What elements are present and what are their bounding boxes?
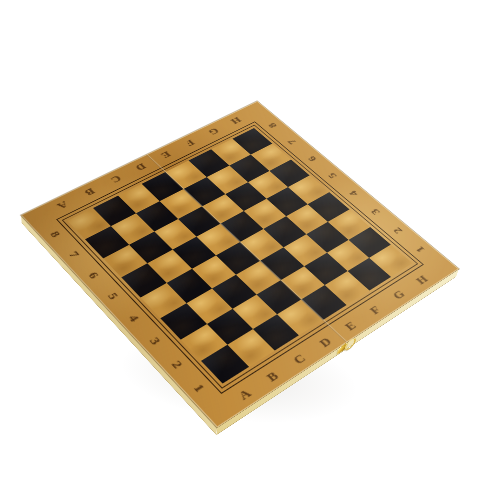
- square-d3: [236, 261, 280, 294]
- file-label-g: G: [378, 279, 420, 310]
- square-c3: [211, 274, 256, 308]
- square-a1: [201, 345, 249, 383]
- square-f1: [325, 271, 369, 305]
- square-b3: [186, 289, 232, 324]
- square-e2: [280, 266, 324, 300]
- square-a3: [160, 303, 206, 339]
- square-a7: [85, 226, 129, 258]
- square-d4: [216, 242, 260, 274]
- square-b6: [129, 231, 173, 263]
- square-a4: [141, 283, 187, 318]
- square-b2: [206, 309, 252, 345]
- square-b4: [166, 269, 211, 303]
- square-g1: [347, 258, 391, 291]
- square-c4: [192, 255, 236, 288]
- square-c2: [232, 294, 278, 329]
- square-c1: [253, 314, 299, 350]
- square-b5: [147, 250, 191, 283]
- square-d2: [256, 280, 301, 314]
- square-a2: [180, 324, 227, 361]
- square-e3: [260, 247, 304, 280]
- square-a6: [103, 245, 147, 278]
- square-d1: [277, 300, 323, 336]
- square-a5: [121, 264, 166, 298]
- file-label-h: H: [401, 265, 442, 295]
- product-photo-scene: ABCDEFGH ABCDEFGH 87654321 87654321: [0, 0, 500, 500]
- square-c5: [172, 237, 216, 269]
- square-e1: [301, 285, 346, 320]
- square-f2: [304, 253, 348, 286]
- square-b1: [227, 329, 274, 366]
